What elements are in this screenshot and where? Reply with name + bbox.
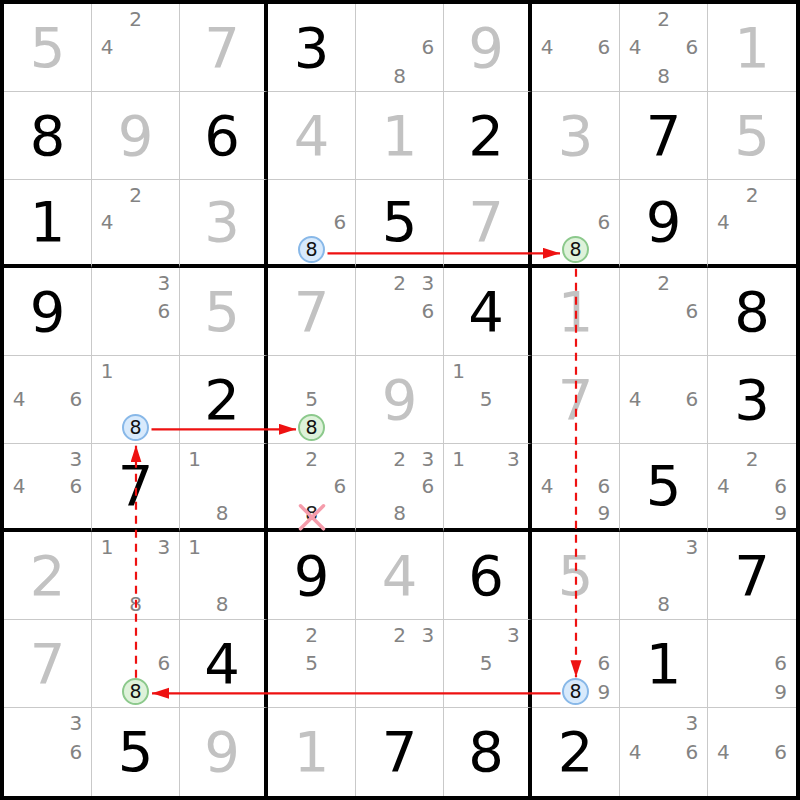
cell-r4c8[interactable]: 26	[620, 268, 708, 356]
cell-r1c3[interactable]: 7	[180, 4, 268, 92]
cell-r9c9[interactable]: 46	[708, 708, 796, 796]
cell-r9c8[interactable]: 346	[620, 708, 708, 796]
cell-r1c1[interactable]: 5	[4, 4, 92, 92]
solved-digit: 7	[444, 180, 528, 264]
candidate-3: 3	[507, 625, 520, 645]
candidate-3: 3	[685, 537, 698, 557]
candidate-4: 4	[629, 37, 642, 57]
given-digit: 4	[444, 268, 528, 355]
solved-digit: 9	[356, 356, 443, 443]
candidate-6: 6	[774, 476, 787, 496]
cell-r2c9[interactable]: 5	[708, 92, 796, 180]
candidate-2: 2	[305, 625, 318, 645]
solved-digit: 9	[92, 92, 179, 179]
candidate-5: 5	[480, 389, 493, 409]
cell-r5c9[interactable]: 3	[708, 356, 796, 444]
given-digit: 3	[268, 4, 355, 91]
cell-r4c2[interactable]: 36	[92, 268, 180, 356]
cell-r7c6[interactable]: 6	[444, 532, 532, 620]
candidate-4: 4	[13, 389, 26, 409]
cell-r7c1[interactable]: 2	[4, 532, 92, 620]
candidate-4: 4	[717, 476, 730, 496]
cell-r9c6[interactable]: 8	[444, 708, 532, 796]
cell-r9c3[interactable]: 9	[180, 708, 268, 796]
given-digit: 9	[4, 268, 91, 355]
candidate-6: 6	[421, 37, 434, 57]
candidate-5: 5	[480, 653, 493, 673]
candidates: 46	[5, 357, 90, 442]
given-digit: 6	[444, 532, 528, 619]
cell-r7c3[interactable]: 18	[180, 532, 268, 620]
candidates: 268	[269, 445, 354, 527]
given-digit: 4	[180, 620, 264, 707]
cell-r4c5[interactable]: 236	[356, 268, 444, 356]
candidate-4: 4	[629, 389, 642, 409]
candidates: 69	[709, 621, 795, 706]
candidate-6: 6	[597, 476, 610, 496]
cell-r9c4[interactable]: 1	[268, 708, 356, 796]
cell-r4c3[interactable]: 5	[180, 268, 268, 356]
cell-r2c1[interactable]: 8	[4, 92, 92, 180]
given-digit: 5	[356, 180, 443, 264]
candidate-6: 6	[157, 653, 170, 673]
candidates: 15	[445, 357, 527, 442]
candidate-2: 2	[305, 449, 318, 469]
solved-digit: 5	[532, 532, 619, 619]
given-digit: 1	[4, 180, 91, 264]
candidate-6: 6	[685, 742, 698, 762]
cell-r1c8[interactable]: 2468	[620, 4, 708, 92]
candidates: 36	[5, 709, 90, 795]
candidates: 68	[533, 181, 618, 263]
candidate-3: 3	[157, 273, 170, 293]
cell-r8c4[interactable]: 25	[268, 620, 356, 708]
cell-r8c2[interactable]: 68	[92, 620, 180, 708]
solved-digit: 1	[708, 4, 796, 91]
candidate-2: 2	[657, 9, 670, 29]
given-digit: 7	[620, 92, 707, 179]
candidate-4: 4	[541, 37, 554, 57]
solved-digit: 4	[356, 532, 443, 619]
candidate-9: 9	[597, 682, 610, 702]
candidate-6: 6	[69, 742, 82, 762]
cell-r3c4[interactable]: 68	[268, 180, 356, 268]
candidate-9: 9	[774, 503, 787, 523]
candidates: 68	[269, 181, 354, 263]
solved-digit: 4	[268, 92, 355, 179]
cell-r2c5[interactable]: 1	[356, 92, 444, 180]
candidates: 46	[709, 709, 795, 795]
candidate-2: 2	[129, 185, 142, 205]
cell-r3c3[interactable]: 3	[180, 180, 268, 268]
candidates: 58	[269, 357, 354, 442]
candidates: 18	[181, 533, 263, 618]
candidates: 689	[533, 621, 618, 706]
candidate-5: 5	[305, 389, 318, 409]
cell-r8c8[interactable]: 1	[620, 620, 708, 708]
cell-r4c9[interactable]: 8	[708, 268, 796, 356]
candidates: 23	[357, 621, 442, 706]
candidates: 36	[93, 269, 178, 354]
candidate-6: 6	[597, 653, 610, 673]
candidates: 2469	[709, 445, 795, 527]
eliminated-candidate-8: 8	[305, 503, 318, 523]
solved-digit: 7	[4, 620, 91, 707]
candidate-1: 1	[452, 361, 465, 381]
cell-r8c1[interactable]: 7	[4, 620, 92, 708]
given-digit: 9	[620, 180, 707, 264]
solved-digit: 5	[4, 4, 91, 91]
candidate-4: 4	[101, 212, 114, 232]
candidate-8: 8	[657, 594, 670, 614]
candidates: 25	[269, 621, 354, 706]
cell-r3c8[interactable]: 9	[620, 180, 708, 268]
chain-node-green-candidate-8: 8	[562, 236, 589, 263]
cell-r5c8[interactable]: 46	[620, 356, 708, 444]
given-digit: 8	[444, 708, 528, 796]
candidates: 68	[93, 621, 178, 706]
cell-r2c3[interactable]: 6	[180, 92, 268, 180]
candidates: 2368	[357, 445, 442, 527]
candidate-2: 2	[393, 449, 406, 469]
solved-digit: 9	[444, 4, 528, 91]
candidate-3: 3	[157, 537, 170, 557]
cell-r7c5[interactable]: 4	[356, 532, 444, 620]
chain-node-green-candidate-8: 8	[122, 678, 149, 705]
given-digit: 5	[92, 708, 179, 796]
cell-r1c7[interactable]: 46	[532, 4, 620, 92]
solved-digit: 7	[532, 356, 619, 443]
cell-r1c4[interactable]: 3	[268, 4, 356, 92]
candidate-2: 2	[657, 273, 670, 293]
cell-r6c2[interactable]: 7	[92, 444, 180, 532]
chain-node-blue-candidate-8: 8	[298, 236, 325, 263]
candidates: 38	[621, 533, 706, 618]
given-digit: 5	[620, 444, 707, 528]
candidate-8: 8	[657, 66, 670, 86]
cell-r6c7[interactable]: 469	[532, 444, 620, 532]
cell-r8c7[interactable]: 689	[532, 620, 620, 708]
chain-node-blue-candidate-8: 8	[122, 414, 149, 441]
candidate-6: 6	[774, 742, 787, 762]
candidate-6: 6	[597, 212, 610, 232]
cell-r6c6[interactable]: 13	[444, 444, 532, 532]
cell-r1c2[interactable]: 24	[92, 4, 180, 92]
chain-node-blue-candidate-8: 8	[562, 678, 589, 705]
candidate-5: 5	[305, 653, 318, 673]
candidate-4: 4	[717, 212, 730, 232]
candidate-1: 1	[101, 537, 114, 557]
given-digit: 2	[444, 92, 528, 179]
solved-digit: 9	[180, 708, 264, 796]
candidate-3: 3	[507, 449, 520, 469]
cell-r4c4[interactable]: 7	[268, 268, 356, 356]
sudoku-app: 5247368946246818964123751243685768924936…	[0, 0, 800, 800]
candidate-4: 4	[629, 742, 642, 762]
cell-r2c8[interactable]: 7	[620, 92, 708, 180]
candidates: 46	[533, 5, 618, 90]
cell-r5c4[interactable]: 58	[268, 356, 356, 444]
candidate-1: 1	[101, 361, 114, 381]
solved-digit: 1	[268, 708, 355, 796]
candidate-3: 3	[421, 625, 434, 645]
solved-digit: 7	[268, 268, 355, 355]
cell-r7c2[interactable]: 138	[92, 532, 180, 620]
candidate-8: 8	[393, 66, 406, 86]
candidate-1: 1	[188, 449, 201, 469]
given-digit: 2	[532, 708, 619, 796]
candidate-3: 3	[69, 449, 82, 469]
cell-r6c5[interactable]: 2368	[356, 444, 444, 532]
given-digit: 8	[4, 92, 91, 179]
cell-r3c5[interactable]: 5	[356, 180, 444, 268]
cell-r9c5[interactable]: 7	[356, 708, 444, 796]
cell-r1c5[interactable]: 68	[356, 4, 444, 92]
cell-r3c2[interactable]: 24	[92, 180, 180, 268]
candidate-6: 6	[685, 389, 698, 409]
cell-r7c9[interactable]: 7	[708, 532, 796, 620]
candidates: 35	[445, 621, 527, 706]
sudoku-board: 5247368946246818964123751243685768924936…	[0, 0, 800, 800]
given-digit: 7	[708, 532, 796, 619]
cell-r2c2[interactable]: 9	[92, 92, 180, 180]
candidate-3: 3	[421, 273, 434, 293]
given-digit: 9	[268, 532, 355, 619]
solved-digit: 3	[532, 92, 619, 179]
candidates: 18	[93, 357, 178, 442]
cell-r3c9[interactable]: 24	[708, 180, 796, 268]
cell-r6c8[interactable]: 5	[620, 444, 708, 532]
cell-r4c7[interactable]: 1	[532, 268, 620, 356]
candidate-2: 2	[393, 625, 406, 645]
candidate-6: 6	[685, 37, 698, 57]
candidate-1: 1	[452, 449, 465, 469]
cell-r5c2[interactable]: 18	[92, 356, 180, 444]
candidates: 346	[621, 709, 706, 795]
candidates: 46	[621, 357, 706, 442]
candidates: 26	[621, 269, 706, 354]
cell-r4c1[interactable]: 9	[4, 268, 92, 356]
candidate-6: 6	[685, 301, 698, 321]
candidate-2: 2	[746, 185, 759, 205]
cell-r5c3[interactable]: 2	[180, 356, 268, 444]
cell-r7c7[interactable]: 5	[532, 532, 620, 620]
cell-r3c7[interactable]: 68	[532, 180, 620, 268]
candidates: 469	[533, 445, 618, 527]
candidate-6: 6	[774, 653, 787, 673]
cell-r9c2[interactable]: 5	[92, 708, 180, 796]
candidate-2: 2	[129, 9, 142, 29]
candidate-6: 6	[333, 476, 346, 496]
solved-digit: 5	[708, 92, 796, 179]
cell-r8c6[interactable]: 35	[444, 620, 532, 708]
solved-digit: 3	[180, 180, 264, 264]
candidate-9: 9	[597, 503, 610, 523]
candidate-8: 8	[129, 594, 142, 614]
candidate-4: 4	[101, 37, 114, 57]
candidate-4: 4	[541, 476, 554, 496]
solved-digit: 7	[180, 4, 264, 91]
candidate-6: 6	[69, 476, 82, 496]
candidate-9: 9	[774, 682, 787, 702]
cell-r5c6[interactable]: 15	[444, 356, 532, 444]
candidate-6: 6	[421, 476, 434, 496]
cell-r9c1[interactable]: 36	[4, 708, 92, 796]
candidate-8: 8	[216, 503, 229, 523]
cell-r4c6[interactable]: 4	[444, 268, 532, 356]
candidates: 24	[93, 5, 178, 90]
cell-r8c9[interactable]: 69	[708, 620, 796, 708]
solved-digit: 5	[180, 268, 264, 355]
given-digit: 7	[92, 444, 179, 528]
given-digit: 7	[356, 708, 443, 796]
given-digit: 6	[180, 92, 264, 179]
solved-digit: 2	[4, 532, 91, 619]
cell-r7c8[interactable]: 38	[620, 532, 708, 620]
candidates: 18	[181, 445, 263, 527]
candidate-6: 6	[157, 301, 170, 321]
candidates: 346	[5, 445, 90, 527]
candidate-1: 1	[188, 537, 201, 557]
cell-r2c4[interactable]: 4	[268, 92, 356, 180]
candidates: 68	[357, 5, 442, 90]
given-digit: 1	[620, 620, 707, 707]
candidate-4: 4	[717, 742, 730, 762]
candidates: 24	[709, 181, 795, 263]
candidates: 2468	[621, 5, 706, 90]
cell-r9c7[interactable]: 2	[532, 708, 620, 796]
cell-r6c9[interactable]: 2469	[708, 444, 796, 532]
candidate-4: 4	[13, 476, 26, 496]
candidates: 24	[93, 181, 178, 263]
candidate-6: 6	[597, 37, 610, 57]
cell-r5c5[interactable]: 9	[356, 356, 444, 444]
cell-r6c1[interactable]: 346	[4, 444, 92, 532]
cell-r5c7[interactable]: 7	[532, 356, 620, 444]
candidate-8: 8	[393, 503, 406, 523]
cell-r3c1[interactable]: 1	[4, 180, 92, 268]
cell-r1c6[interactable]: 9	[444, 4, 532, 92]
candidate-3: 3	[685, 713, 698, 733]
candidate-3: 3	[69, 713, 82, 733]
candidates: 236	[357, 269, 442, 354]
cell-r5c1[interactable]: 46	[4, 356, 92, 444]
cell-r1c9[interactable]: 1	[708, 4, 796, 92]
cell-r3c6[interactable]: 7	[444, 180, 532, 268]
solved-digit: 1	[356, 92, 443, 179]
candidate-2: 2	[393, 273, 406, 293]
candidate-2: 2	[746, 449, 759, 469]
cell-r6c3[interactable]: 18	[180, 444, 268, 532]
cell-r2c7[interactable]: 3	[532, 92, 620, 180]
candidates: 138	[93, 533, 178, 618]
given-digit: 3	[708, 356, 796, 443]
cell-r7c4[interactable]: 9	[268, 532, 356, 620]
cell-r8c5[interactable]: 23	[356, 620, 444, 708]
given-digit: 8	[708, 268, 796, 355]
candidate-3: 3	[421, 449, 434, 469]
cell-r2c6[interactable]: 2	[444, 92, 532, 180]
candidate-6: 6	[421, 301, 434, 321]
candidates: 13	[445, 445, 527, 527]
solved-digit: 1	[532, 268, 619, 355]
cell-r8c3[interactable]: 4	[180, 620, 268, 708]
candidate-8: 8	[216, 594, 229, 614]
cell-r6c4[interactable]: 268	[268, 444, 356, 532]
chain-node-green-candidate-8: 8	[298, 414, 325, 441]
candidate-6: 6	[69, 389, 82, 409]
candidate-6: 6	[333, 212, 346, 232]
given-digit: 2	[180, 356, 264, 443]
